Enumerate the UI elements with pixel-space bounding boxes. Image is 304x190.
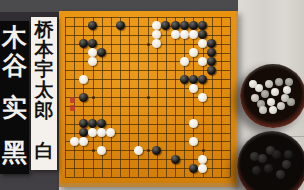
tray-stone — [258, 154, 267, 163]
black-stone — [88, 119, 97, 128]
white-stone — [152, 39, 161, 48]
black-stone — [207, 66, 216, 75]
grid-line-vertical — [166, 17, 167, 177]
black-stone — [171, 21, 180, 30]
white-stone — [198, 155, 207, 164]
white-player-char: 宇 — [31, 60, 57, 79]
video-frame: 木谷实黑 桥本宇太郎白 — [0, 0, 304, 190]
tray-stone — [276, 170, 285, 179]
white-stone — [106, 128, 115, 137]
white-stone — [134, 146, 143, 155]
tray-stone — [267, 98, 275, 106]
star-point — [147, 43, 150, 46]
black-stone-bowl — [237, 131, 304, 190]
black-stone — [189, 164, 198, 173]
grid-line-horizontal — [65, 141, 230, 142]
black-player-char: 木 — [0, 25, 29, 50]
black-stone — [198, 21, 207, 30]
star-point — [92, 96, 95, 99]
star-point — [202, 149, 205, 152]
white-stone — [152, 30, 161, 39]
star-point — [147, 149, 150, 152]
black-stone — [207, 57, 216, 66]
white-stone — [152, 21, 161, 30]
black-player-char: 谷 — [0, 53, 29, 78]
tray-stone — [249, 80, 257, 88]
black-stone — [171, 155, 180, 164]
star-point — [92, 149, 95, 152]
tray-stone — [283, 86, 291, 94]
white-stone — [88, 48, 97, 57]
tray-stone — [259, 106, 267, 114]
black-stone — [207, 48, 216, 57]
black-stone — [88, 39, 97, 48]
black-stone — [97, 48, 106, 57]
tray-stone — [264, 164, 273, 173]
black-player-char: 实 — [0, 95, 29, 120]
tray-stone — [265, 80, 273, 88]
white-player-char: 白 — [31, 141, 57, 160]
white-stone — [198, 93, 207, 102]
tray-stone — [285, 78, 293, 86]
black-stone — [79, 128, 88, 137]
grid-line-vertical — [193, 17, 194, 177]
white-player-char: 太 — [31, 80, 57, 99]
tray-stone — [261, 90, 269, 98]
black-stone — [79, 119, 88, 128]
red-seal-upper — [70, 97, 75, 103]
white-player-char: 郎 — [31, 101, 57, 120]
grid-line-vertical — [221, 17, 222, 177]
white-stone — [189, 48, 198, 57]
white-stone-bowl — [240, 64, 304, 128]
tray-stone — [277, 102, 285, 110]
grid-line-horizontal — [65, 115, 230, 116]
tray-stone — [284, 150, 293, 159]
tray-stone — [252, 166, 261, 175]
white-player-char: 桥 — [31, 20, 57, 39]
tray-stone — [269, 106, 277, 114]
tray-stone — [271, 88, 279, 96]
red-seal-mark — [70, 97, 75, 112]
black-stone — [116, 21, 125, 30]
tray-stone — [282, 160, 291, 169]
white-stone — [189, 137, 198, 146]
white-stone — [88, 57, 97, 66]
white-stone — [198, 57, 207, 66]
red-seal-lower — [70, 105, 75, 111]
black-stone — [189, 21, 198, 30]
black-stone — [198, 75, 207, 84]
grid-line-vertical — [184, 17, 185, 177]
white-stone — [79, 75, 88, 84]
black-stone — [79, 39, 88, 48]
white-stone — [97, 128, 106, 137]
grid-line-vertical — [230, 17, 231, 177]
white-player-name-strip: 桥本宇太郎白 — [31, 17, 57, 170]
grid-line-horizontal — [65, 106, 230, 107]
star-point — [147, 96, 150, 99]
black-stone — [189, 75, 198, 84]
go-board — [59, 11, 238, 187]
white-stone — [189, 30, 198, 39]
black-stone — [180, 21, 189, 30]
black-player-char: 黑 — [0, 140, 29, 165]
black-stone — [152, 146, 161, 155]
white-stone — [171, 30, 180, 39]
white-stone — [88, 128, 97, 137]
white-stone — [79, 137, 88, 146]
white-stone — [189, 84, 198, 93]
white-stone — [189, 119, 198, 128]
black-stone — [79, 93, 88, 102]
white-player-char: 本 — [31, 40, 57, 59]
black-stone — [161, 21, 170, 30]
tray-stone — [287, 98, 295, 106]
tray-stone — [275, 78, 283, 86]
black-stone — [97, 119, 106, 128]
white-stone — [198, 39, 207, 48]
black-player-name-strip: 木谷实黑 — [0, 21, 29, 174]
black-stone — [88, 21, 97, 30]
black-stone — [207, 39, 216, 48]
white-stone — [70, 137, 79, 146]
grid-line-horizontal — [65, 177, 230, 178]
white-stone — [97, 146, 106, 155]
white-stone — [180, 30, 189, 39]
black-stone — [198, 30, 207, 39]
white-stone — [198, 164, 207, 173]
black-stone — [180, 75, 189, 84]
tray-stone — [250, 152, 259, 161]
white-stone — [180, 57, 189, 66]
grid-line-vertical — [175, 17, 176, 177]
tray-stone — [266, 146, 275, 155]
